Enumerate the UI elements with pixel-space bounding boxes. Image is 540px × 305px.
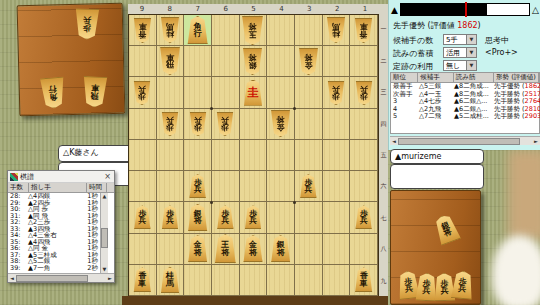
- thinking-status: 思考中: [485, 35, 509, 46]
- piece-歩兵-sente[interactable]: 歩兵: [450, 270, 475, 300]
- square-55[interactable]: [240, 140, 268, 171]
- square-91[interactable]: 香車: [129, 15, 157, 46]
- piece-歩兵-sente[interactable]: 歩兵: [189, 174, 207, 198]
- scroll-left-icon[interactable]: ◄: [390, 138, 398, 144]
- kifu-horizontal-scrollbar[interactable]: ◄ ►: [8, 273, 114, 282]
- piece-歩兵-gote[interactable]: 歩兵: [355, 81, 373, 105]
- dropdown-arrow-icon[interactable]: ▼: [466, 35, 476, 44]
- square-35[interactable]: [295, 140, 323, 171]
- square-76[interactable]: 歩兵: [184, 171, 212, 202]
- square-16[interactable]: [350, 171, 378, 202]
- square-45[interactable]: [267, 140, 295, 171]
- kifu-window-icon: [10, 173, 18, 181]
- kifu-window: 棋譜 × 手数 指し手 時間 28:△4四銀1秒29:▲2四歩1秒30:△同 歩…: [7, 170, 115, 283]
- rank-label-6: 六: [379, 171, 388, 202]
- piece-角行-gote[interactable]: 角行: [39, 77, 67, 110]
- square-15[interactable]: [350, 140, 378, 171]
- square-63[interactable]: [212, 77, 240, 108]
- piece-金将-sente[interactable]: 金将: [187, 235, 208, 262]
- piece-金将-gote[interactable]: 金将: [298, 48, 319, 75]
- piece-歩兵-sente[interactable]: 歩兵: [216, 205, 234, 229]
- piece-歩兵-gote[interactable]: 歩兵: [133, 81, 151, 105]
- square-54[interactable]: [240, 109, 268, 140]
- dropdown-arrow-icon[interactable]: ▼: [466, 48, 476, 57]
- square-13[interactable]: 歩兵: [350, 77, 378, 108]
- square-93[interactable]: 歩兵: [129, 77, 157, 108]
- square-29[interactable]: [323, 265, 351, 296]
- rank-label-1: 一: [379, 14, 388, 45]
- rank-label-3: 三: [379, 77, 388, 108]
- piece-桂馬-sente[interactable]: 桂馬: [160, 267, 180, 293]
- kifu-hscroll-thumb[interactable]: [16, 275, 88, 282]
- piece-歩兵-sente[interactable]: 歩兵: [299, 174, 317, 198]
- square-27[interactable]: [323, 202, 351, 233]
- rank-label-4: 四: [379, 108, 388, 139]
- joseki-dropdown[interactable]: 無し ▼: [443, 60, 477, 71]
- gote-mark-icon: △: [532, 5, 539, 15]
- square-65[interactable]: [212, 140, 240, 171]
- square-23[interactable]: 歩兵: [323, 77, 351, 108]
- scroll-right-icon[interactable]: ►: [532, 138, 540, 144]
- gote-name-plate: △K藤さん: [58, 145, 132, 162]
- square-94[interactable]: [129, 109, 157, 140]
- piece-飛車-gote[interactable]: 飛車: [81, 76, 108, 108]
- file-label-2: 2: [323, 4, 351, 14]
- square-98[interactable]: [129, 234, 157, 265]
- square-46[interactable]: [267, 171, 295, 202]
- cand-col-eval: 形勢 (評価値): [494, 73, 539, 82]
- square-99[interactable]: 香車: [129, 265, 157, 296]
- square-48[interactable]: 銀将: [267, 234, 295, 265]
- evaluation-value: 1862: [457, 21, 477, 30]
- kifu-move-row[interactable]: 39:▲7一角2秒: [8, 265, 100, 272]
- file-label-3: 3: [295, 4, 323, 14]
- sente-info-plate: [390, 164, 484, 189]
- rank-label-2: 二: [379, 45, 388, 76]
- square-51[interactable]: 玉将: [240, 15, 268, 46]
- shogi-app: 歩兵角行飛車 △K藤さん 棋譜 × 手数 指し手 時間 28:△4四銀1秒29:…: [0, 0, 540, 305]
- kifu-column-headers: 手数 指し手 時間: [8, 183, 114, 193]
- square-66[interactable]: [212, 171, 240, 202]
- piece-香車-gote[interactable]: 香車: [133, 18, 152, 43]
- square-44[interactable]: 金将: [267, 109, 295, 140]
- square-14[interactable]: [350, 109, 378, 140]
- square-28[interactable]: [323, 234, 351, 265]
- rank-labels: 一二三四五六七八九: [379, 14, 388, 297]
- scroll-up-icon[interactable]: ▲: [103, 193, 107, 200]
- evaluation-bar-fill: [401, 4, 487, 15]
- square-95[interactable]: [129, 140, 157, 171]
- board-grid: 香車桂馬角行玉将桂馬香車飛車銀将金将歩兵圭歩兵歩兵歩兵歩兵歩兵金将歩兵歩兵歩兵歩…: [128, 14, 379, 297]
- piece-香車-sente[interactable]: 香車: [133, 267, 152, 292]
- piece-歩兵-gote[interactable]: 歩兵: [327, 81, 345, 105]
- candidate-count-label: 候補手の数: [393, 35, 433, 46]
- square-82[interactable]: 飛車: [157, 46, 185, 77]
- square-25[interactable]: [323, 140, 351, 171]
- piece-銀将-sente[interactable]: 銀将: [187, 204, 208, 231]
- table-edge: [122, 296, 388, 305]
- piece-歩兵-gote[interactable]: 歩兵: [74, 8, 101, 40]
- square-39[interactable]: [295, 265, 323, 296]
- square-49[interactable]: [267, 265, 295, 296]
- square-83[interactable]: [157, 77, 185, 108]
- kifu-col-moveno: 手数: [8, 183, 29, 192]
- piece-飛車-gote[interactable]: 飛車: [159, 47, 181, 75]
- square-81[interactable]: 桂馬: [157, 15, 185, 46]
- piece-歩兵-sente[interactable]: 歩兵: [133, 205, 151, 229]
- square-41[interactable]: [267, 15, 295, 46]
- piece-金将-sente[interactable]: 金将: [242, 235, 263, 262]
- square-71[interactable]: 角行: [184, 15, 212, 46]
- background-photo: [480, 150, 540, 305]
- cand-col-line: 読み筋: [454, 73, 494, 82]
- square-31[interactable]: [295, 15, 323, 46]
- square-19[interactable]: 香車: [350, 265, 378, 296]
- square-61[interactable]: [212, 15, 240, 46]
- square-73[interactable]: [184, 77, 212, 108]
- kifu-vertical-scrollbar[interactable]: ▲ ▼: [100, 193, 108, 273]
- piece-香車-gote[interactable]: 香車: [354, 18, 373, 43]
- piece-歩兵-gote[interactable]: 歩兵: [216, 112, 234, 136]
- square-85[interactable]: [157, 140, 185, 171]
- square-69[interactable]: [212, 265, 240, 296]
- file-label-1: 1: [351, 4, 379, 14]
- square-38[interactable]: [295, 234, 323, 265]
- square-57[interactable]: 歩兵: [240, 202, 268, 233]
- square-33[interactable]: [295, 77, 323, 108]
- piece-桂馬-gote[interactable]: 桂馬: [160, 17, 180, 43]
- evaluation-bar-zero-line: [465, 2, 467, 17]
- square-67[interactable]: 歩兵: [212, 202, 240, 233]
- piece-歩兵-sente[interactable]: 歩兵: [355, 205, 373, 229]
- piece-銀将-gote[interactable]: 銀将: [242, 48, 263, 75]
- square-86[interactable]: [157, 171, 185, 202]
- kifu-col-move: 指し手: [29, 183, 87, 192]
- square-24[interactable]: [323, 109, 351, 140]
- candidates-horizontal-scrollbar[interactable]: ◄ ►: [390, 136, 540, 145]
- scroll-down-icon[interactable]: ▼: [103, 266, 107, 273]
- piece-王将-sente[interactable]: 王将: [214, 234, 237, 263]
- square-79[interactable]: [184, 265, 212, 296]
- evaluation-bar: [400, 3, 530, 16]
- piece-歩兵-sente[interactable]: 歩兵: [161, 205, 179, 229]
- square-26[interactable]: [323, 171, 351, 202]
- rank-label-5: 五: [379, 140, 388, 171]
- candidate-count-dropdown[interactable]: 5手 ▼: [443, 34, 477, 45]
- square-97[interactable]: 歩兵: [129, 202, 157, 233]
- square-21[interactable]: 桂馬: [323, 15, 351, 46]
- piece-歩兵-gote[interactable]: 歩兵: [189, 112, 207, 136]
- dropdown-arrow-icon[interactable]: ▼: [466, 61, 476, 70]
- sente-captured-tray: 銀将歩兵歩兵歩兵歩兵: [390, 190, 481, 305]
- square-88[interactable]: [157, 234, 185, 265]
- close-icon[interactable]: ×: [104, 172, 111, 181]
- square-77[interactable]: 銀将: [184, 202, 212, 233]
- square-18[interactable]: [350, 234, 378, 265]
- square-12[interactable]: [350, 46, 378, 77]
- square-74[interactable]: 歩兵: [184, 109, 212, 140]
- cand-col-rank: 順位: [391, 73, 418, 82]
- square-36[interactable]: 歩兵: [295, 171, 323, 202]
- scroll-left-icon[interactable]: ◄: [8, 275, 16, 281]
- cand-col-move: 候補手: [418, 73, 454, 82]
- sente-name-plate: ▲murizeme: [390, 149, 484, 164]
- engine-level: <Pro+>: [485, 48, 518, 57]
- kifu-titlebar[interactable]: 棋譜 ×: [8, 171, 114, 183]
- square-47[interactable]: [267, 202, 295, 233]
- square-72[interactable]: [184, 46, 212, 77]
- square-52[interactable]: 銀将: [240, 46, 268, 77]
- kifu-move-list: 28:△4四銀1秒29:▲2四歩1秒30:△同 歩1秒31:▲同 飛1秒32:△…: [8, 193, 100, 273]
- square-32[interactable]: 金将: [295, 46, 323, 77]
- square-96[interactable]: [129, 171, 157, 202]
- square-37[interactable]: [295, 202, 323, 233]
- square-43[interactable]: [267, 77, 295, 108]
- piece-歩兵-gote[interactable]: 歩兵: [161, 112, 179, 136]
- piece-圭-sente[interactable]: 圭: [243, 80, 263, 106]
- candidates-hscroll-thumb[interactable]: [398, 138, 520, 145]
- rank-label-8: 八: [379, 234, 388, 265]
- scroll-right-icon[interactable]: ►: [106, 275, 114, 281]
- square-22[interactable]: [323, 46, 351, 77]
- file-label-4: 4: [267, 4, 295, 14]
- square-42[interactable]: [267, 46, 295, 77]
- piece-銀将-sente[interactable]: 銀将: [270, 235, 291, 262]
- square-92[interactable]: [129, 46, 157, 77]
- evaluation-status: 先手優勢 (評価値 1862): [393, 20, 481, 31]
- piece-角行-sente[interactable]: 角行: [187, 16, 209, 44]
- rank-label-9: 九: [379, 266, 388, 297]
- piece-歩兵-sente[interactable]: 歩兵: [244, 205, 262, 229]
- square-64[interactable]: 歩兵: [212, 109, 240, 140]
- file-labels: 987654321: [128, 4, 379, 14]
- square-34[interactable]: [295, 109, 323, 140]
- square-68[interactable]: 王将: [212, 234, 240, 265]
- sente-mark-icon: ▲: [391, 5, 398, 15]
- gote-captured-tray: 歩兵角行飛車: [17, 3, 126, 117]
- square-53[interactable]: 圭: [240, 77, 268, 108]
- file-label-5: 5: [240, 4, 268, 14]
- read-cache-dropdown[interactable]: 活用 ▼: [443, 47, 477, 58]
- square-17[interactable]: 歩兵: [350, 202, 378, 233]
- square-11[interactable]: 香車: [350, 15, 378, 46]
- kifu-window-title: 棋譜: [20, 172, 34, 182]
- piece-香車-sente[interactable]: 香車: [354, 267, 373, 292]
- file-label-6: 6: [212, 4, 240, 14]
- kifu-col-time: 時間: [87, 183, 107, 192]
- square-56[interactable]: [240, 171, 268, 202]
- piece-玉将-gote[interactable]: 玉将: [241, 16, 264, 45]
- candidate-row[interactable]: 5△7二飛▲5二成桂...先手勝勢 (2903): [391, 113, 539, 121]
- piece-桂馬-gote[interactable]: 桂馬: [326, 17, 346, 43]
- square-87[interactable]: 歩兵: [157, 202, 185, 233]
- shogi-board: 987654321 香車桂馬角行玉将桂馬香車飛車銀将金将歩兵圭歩兵歩兵歩兵歩兵歩…: [128, 4, 388, 297]
- square-89[interactable]: 桂馬: [157, 265, 185, 296]
- square-62[interactable]: [212, 46, 240, 77]
- piece-銀将-sente[interactable]: 銀将: [431, 212, 462, 246]
- square-84[interactable]: 歩兵: [157, 109, 185, 140]
- rank-label-7: 七: [379, 203, 388, 234]
- file-label-8: 8: [156, 4, 184, 14]
- square-78[interactable]: 金将: [184, 234, 212, 265]
- joseki-label: 定跡の利用: [393, 61, 433, 72]
- read-cache-label: 読みの蓄積: [393, 48, 433, 59]
- analysis-panel: ▲ △ 先手優勢 (評価値 1862) 候補手の数 5手 ▼ 思考中 読みの蓄積…: [388, 0, 540, 150]
- file-label-9: 9: [128, 4, 156, 14]
- square-58[interactable]: 金将: [240, 234, 268, 265]
- piece-金将-gote[interactable]: 金将: [270, 110, 291, 137]
- square-75[interactable]: [184, 140, 212, 171]
- candidate-moves-table: 順位 候補手 読み筋 形勢 (評価値) 最善手△5三銀▲8二角成...先手優勢 …: [390, 72, 540, 134]
- square-59[interactable]: [240, 265, 268, 296]
- file-label-7: 7: [184, 4, 212, 14]
- kifu-scroll-thumb[interactable]: [101, 228, 108, 248]
